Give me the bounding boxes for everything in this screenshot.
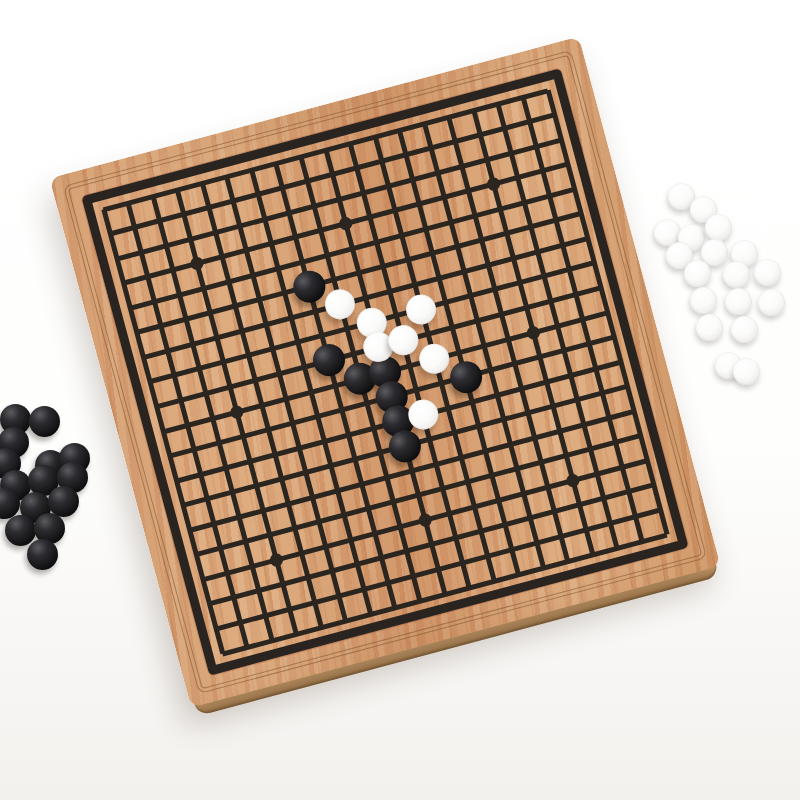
white-pile-stone [754,259,781,286]
white-stone-pile [0,0,800,800]
white-pile-stone [731,316,758,343]
photo-scene [0,0,800,800]
white-pile-stone [705,214,732,241]
white-pile-stone [690,287,717,314]
white-pile-stone [684,260,711,287]
white-pile-stone [723,261,750,288]
white-pile-stone [725,288,752,315]
white-pile-stone [733,358,760,385]
white-pile-stone [758,289,785,316]
white-pile-stone [696,314,723,341]
